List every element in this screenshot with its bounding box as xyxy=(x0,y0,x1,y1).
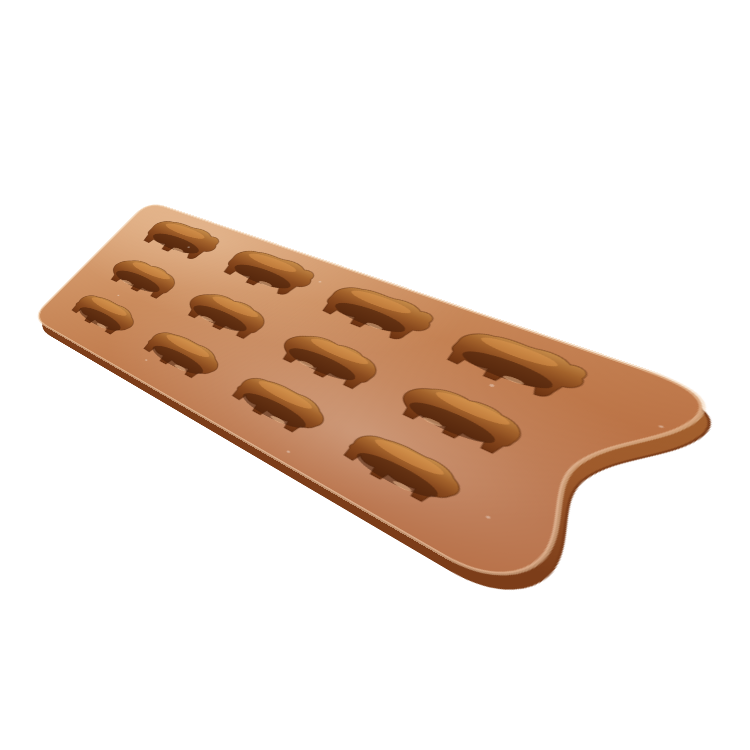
tray-svg xyxy=(30,200,733,600)
photo-canvas xyxy=(0,0,750,750)
tray-3d xyxy=(30,200,733,600)
tray-sheen-far xyxy=(32,201,721,593)
